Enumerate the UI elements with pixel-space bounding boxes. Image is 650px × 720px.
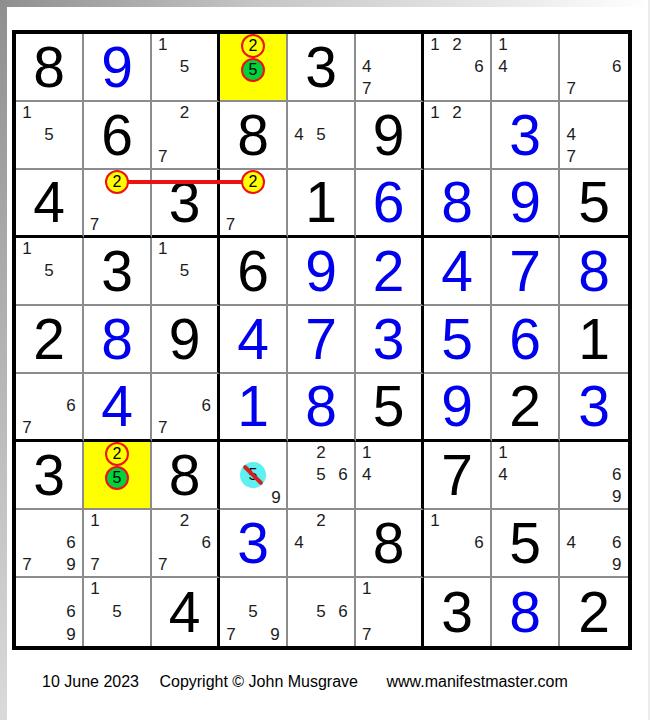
- cell-r6c5[interactable]: 8: [288, 374, 356, 442]
- solved-digit-r3c7: 8: [441, 174, 473, 231]
- candidates-r7c4: 95: [220, 442, 286, 508]
- candidates-r2c9: 47: [560, 102, 628, 168]
- cell-r4c2[interactable]: 3: [84, 238, 152, 306]
- cand-r8c1-d7: 7: [16, 554, 38, 576]
- cell-r4c5[interactable]: 9: [288, 238, 356, 306]
- cell-r5c7[interactable]: 5: [424, 306, 492, 374]
- candidates-r6c3: 67: [152, 374, 217, 439]
- cell-r2c8[interactable]: 3: [492, 102, 560, 170]
- solved-digit-r4c5: 9: [305, 243, 337, 300]
- footer-copyright: Copyright © John Musgrave: [159, 673, 358, 690]
- cell-r5c9[interactable]: 1: [560, 306, 628, 374]
- cand-r9c1-d9: 9: [60, 623, 82, 646]
- given-digit-r7c7: 7: [441, 447, 473, 504]
- candidates-r6c1: 67: [16, 374, 82, 439]
- cand-r1c6-d7: 7: [356, 78, 378, 100]
- cand-r9c4-d7: 7: [220, 623, 242, 646]
- given-digit-r8c8: 5: [509, 515, 541, 572]
- cand-r9c5-d5: 5: [310, 601, 332, 624]
- cand-r9c6-d7: 7: [356, 623, 378, 646]
- cell-r4c8[interactable]: 7: [492, 238, 560, 306]
- cell-r5c1[interactable]: 2: [16, 306, 84, 374]
- cell-r8c5[interactable]: 24: [288, 510, 356, 578]
- cell-r8c3[interactable]: 267: [152, 510, 220, 578]
- solved-digit-r5c5: 7: [305, 311, 337, 368]
- page-left-edge: [0, 0, 7, 720]
- solved-digit-r4c9: 8: [578, 243, 610, 300]
- cand-r4c1-d1: 1: [16, 238, 38, 260]
- cand-r4c3-d1: 1: [152, 238, 174, 260]
- cell-r9c5[interactable]: 56: [288, 578, 356, 646]
- candidates-r2c7: 12: [424, 102, 490, 168]
- given-digit-r4c4: 6: [237, 243, 269, 300]
- page-top-edge: [0, 0, 650, 7]
- cell-r9c2[interactable]: 15: [84, 578, 152, 646]
- solved-digit-r4c8: 7: [509, 243, 541, 300]
- cell-r1c6[interactable]: 47: [356, 34, 424, 102]
- cand-r2c3-d2: 2: [174, 102, 196, 124]
- eliminated-cand-r7c4-d5: 5: [240, 462, 266, 488]
- cell-r2c2[interactable]: 6: [84, 102, 152, 170]
- cell-r8c1[interactable]: 679: [16, 510, 84, 578]
- cand-r9c4-d9: 9: [264, 623, 286, 646]
- cand-r1c8-d1: 1: [492, 34, 514, 56]
- cand-r6c1-d6: 6: [60, 396, 82, 418]
- cell-r1c3[interactable]: 15: [152, 34, 220, 102]
- cell-r7c7[interactable]: 7: [424, 442, 492, 510]
- candidates-r2c1: 15: [16, 102, 82, 168]
- given-digit-r5c3: 9: [169, 311, 201, 368]
- cell-r6c7[interactable]: 9: [424, 374, 492, 442]
- cell-r8c7[interactable]: 16: [424, 510, 492, 578]
- cand-r7c9-d9: 9: [605, 486, 628, 508]
- cand-r9c1-d6: 6: [60, 601, 82, 624]
- circle-r7c2-d2: 2: [105, 442, 129, 466]
- circle-r3c4-d2: 2: [241, 170, 265, 194]
- cand-r8c9-d4: 4: [560, 532, 583, 554]
- candidates-r9c5: 56: [288, 578, 354, 646]
- cand-r8c2-d1: 1: [84, 510, 106, 532]
- cell-r3c8[interactable]: 9: [492, 170, 560, 238]
- circle-r1c4-d2: 2: [241, 34, 265, 58]
- candidates-r7c9: 69: [560, 442, 628, 508]
- footer-website: www.manifestmaster.com: [386, 673, 567, 690]
- candidates-r7c6: 14: [356, 442, 421, 508]
- solved-digit-r6c2: 4: [101, 378, 133, 435]
- cell-r5c4[interactable]: 4: [220, 306, 288, 374]
- cand-r9c2-d5: 5: [106, 601, 128, 624]
- cell-r1c1[interactable]: 8: [16, 34, 84, 102]
- cand-r2c5-d5: 5: [310, 124, 332, 146]
- strike-wrap-r7c4: 5: [240, 462, 266, 488]
- cell-r9c1[interactable]: 69: [16, 578, 84, 646]
- solved-digit-r5c6: 3: [373, 311, 405, 368]
- candidates-r4c3: 15: [152, 238, 217, 304]
- cell-r9c4[interactable]: 579: [220, 578, 288, 646]
- cell-r7c2[interactable]: 25: [84, 442, 152, 510]
- cell-r8c4[interactable]: 3: [220, 510, 288, 578]
- circle-wrap-r7c2-d5: 5: [105, 466, 129, 490]
- cell-r2c1[interactable]: 15: [16, 102, 84, 170]
- cell-r7c4[interactable]: 95: [220, 442, 288, 510]
- cell-r5c2[interactable]: 8: [84, 306, 152, 374]
- cand-r7c8-d1: 1: [492, 442, 514, 464]
- given-digit-r9c3: 4: [169, 584, 201, 641]
- given-digit-r7c3: 8: [169, 447, 201, 504]
- cell-r2c4[interactable]: 8: [220, 102, 288, 170]
- cell-r4c9[interactable]: 8: [560, 238, 628, 306]
- circle-r7c2-d5: 5: [105, 466, 129, 490]
- circle-wrap-r3c4-d2: 2: [241, 170, 265, 194]
- cell-r4c3[interactable]: 15: [152, 238, 220, 306]
- cand-r1c3-d1: 1: [152, 34, 174, 56]
- cand-r2c5-d4: 4: [288, 124, 310, 146]
- cand-r1c7-d6: 6: [468, 56, 490, 78]
- cand-r1c3-d5: 5: [174, 56, 196, 78]
- solved-digit-r1c2: 9: [101, 39, 133, 96]
- solved-digit-r5c4: 4: [237, 311, 269, 368]
- cell-r5c5[interactable]: 7: [288, 306, 356, 374]
- cand-r1c7-d2: 2: [446, 34, 468, 56]
- cell-r3c7[interactable]: 8: [424, 170, 492, 238]
- cand-r4c3-d5: 5: [174, 260, 196, 282]
- given-digit-r6c6: 5: [373, 378, 405, 435]
- given-digit-r3c5: 1: [305, 174, 337, 231]
- cand-r7c5-d2: 2: [310, 442, 332, 464]
- cand-r3c2-d7: 7: [84, 215, 105, 236]
- given-digit-r3c1: 4: [33, 174, 65, 231]
- candidates-r4c1: 15: [16, 238, 82, 304]
- cand-r6c3-d7: 7: [152, 417, 174, 439]
- cand-r8c1-d9: 9: [60, 554, 82, 576]
- cand-r8c7-d6: 6: [468, 532, 490, 554]
- solved-digit-r8c4: 3: [237, 515, 269, 572]
- cand-r1c8-d4: 4: [492, 56, 514, 78]
- cand-r6c1-d7: 7: [16, 417, 38, 439]
- cell-r7c8[interactable]: 14: [492, 442, 560, 510]
- circle-wrap-r3c2-d2: 2: [105, 170, 129, 194]
- cand-r8c7-d1: 1: [424, 510, 446, 532]
- cell-r1c7[interactable]: 126: [424, 34, 492, 102]
- cell-r8c2[interactable]: 17: [84, 510, 152, 578]
- candidates-r9c2: 15: [84, 578, 150, 646]
- cand-r8c5-d2: 2: [310, 510, 332, 532]
- circle-r3c2-d2: 2: [105, 170, 129, 194]
- cell-r3c1[interactable]: 4: [16, 170, 84, 238]
- cand-r7c8-d4: 4: [492, 464, 514, 486]
- circle-wrap-r1c4-d2: 2: [241, 34, 265, 58]
- solved-digit-r6c9: 3: [578, 378, 610, 435]
- cand-r2c9-d7: 7: [560, 146, 583, 168]
- cand-r7c6-d1: 1: [356, 442, 378, 464]
- cand-r8c3-d7: 7: [152, 554, 174, 576]
- candidates-r7c5: 256: [288, 442, 354, 508]
- cell-r2c7[interactable]: 12: [424, 102, 492, 170]
- strike-line-r7c4: [242, 464, 263, 485]
- cell-r4c4[interactable]: 6: [220, 238, 288, 306]
- candidates-r8c9: 469: [560, 510, 628, 576]
- footer-date: 10 June 2023: [42, 673, 139, 690]
- sudoku-board: 8915253471261467156278459123474723721689…: [12, 30, 632, 650]
- cell-r6c6[interactable]: 5: [356, 374, 424, 442]
- given-digit-r9c7: 3: [441, 584, 473, 641]
- cell-r1c4[interactable]: 25: [220, 34, 288, 102]
- solved-digit-r4c6: 2: [373, 243, 405, 300]
- given-digit-r1c5: 3: [305, 39, 337, 96]
- cell-r7c6[interactable]: 14: [356, 442, 424, 510]
- cell-r2c9[interactable]: 47: [560, 102, 628, 170]
- cand-r9c5-d6: 6: [332, 601, 354, 624]
- solved-digit-r3c6: 6: [373, 174, 405, 231]
- candidates-r1c6: 47: [356, 34, 421, 100]
- cand-r1c9-d7: 7: [560, 78, 583, 100]
- cand-r7c4-d9: 9: [266, 488, 286, 508]
- cell-r6c2[interactable]: 4: [84, 374, 152, 442]
- cand-r9c4-d5: 5: [242, 601, 264, 624]
- cand-r3c4-d7: 7: [220, 215, 241, 236]
- cand-r2c9-d4: 4: [560, 124, 583, 146]
- cand-r2c7-d1: 1: [424, 102, 446, 124]
- cell-r6c1[interactable]: 67: [16, 374, 84, 442]
- cell-r7c1[interactable]: 3: [16, 442, 84, 510]
- cand-r7c6-d4: 4: [356, 464, 378, 486]
- candidates-r1c9: 67: [560, 34, 628, 100]
- cell-r2c3[interactable]: 27: [152, 102, 220, 170]
- given-digit-r4c2: 3: [101, 243, 133, 300]
- cand-r2c1-d5: 5: [38, 124, 60, 146]
- solved-digit-r6c7: 9: [441, 378, 473, 435]
- solved-digit-r3c8: 9: [509, 174, 541, 231]
- given-digit-r2c6: 9: [373, 107, 405, 164]
- cand-r8c9-d6: 6: [605, 532, 628, 554]
- cand-r7c9-d6: 6: [605, 464, 628, 486]
- cand-r6c3-d6: 6: [195, 396, 217, 418]
- candidates-r1c4: 25: [220, 34, 286, 100]
- cell-r8c8[interactable]: 5: [492, 510, 560, 578]
- circle-wrap-r1c4-d5: 5: [241, 58, 265, 82]
- cell-r3c6[interactable]: 6: [356, 170, 424, 238]
- cand-r4c1-d5: 5: [38, 260, 60, 282]
- cell-r5c6[interactable]: 3: [356, 306, 424, 374]
- given-digit-r3c9: 5: [578, 174, 610, 231]
- cell-r1c5[interactable]: 3: [288, 34, 356, 102]
- solved-digit-r6c4: 1: [237, 378, 269, 435]
- candidates-r1c8: 14: [492, 34, 558, 100]
- solved-digit-r9c8: 8: [509, 584, 541, 641]
- solved-digit-r2c8: 3: [509, 107, 541, 164]
- given-digit-r5c1: 2: [33, 311, 65, 368]
- cell-r7c9[interactable]: 69: [560, 442, 628, 510]
- cell-r6c3[interactable]: 67: [152, 374, 220, 442]
- cell-r1c8[interactable]: 14: [492, 34, 560, 102]
- cell-r4c7[interactable]: 4: [424, 238, 492, 306]
- cand-r8c1-d6: 6: [60, 532, 82, 554]
- candidates-r9c1: 69: [16, 578, 82, 646]
- solved-digit-r6c5: 8: [305, 378, 337, 435]
- cand-r8c3-d2: 2: [174, 510, 196, 532]
- cell-r6c4[interactable]: 1: [220, 374, 288, 442]
- cell-r1c9[interactable]: 67: [560, 34, 628, 102]
- cell-r8c9[interactable]: 469: [560, 510, 628, 578]
- cand-r1c7-d1: 1: [424, 34, 446, 56]
- candidates-r2c5: 45: [288, 102, 354, 168]
- cell-r4c6[interactable]: 2: [356, 238, 424, 306]
- cand-r2c7-d2: 2: [446, 102, 468, 124]
- cell-r3c5[interactable]: 1: [288, 170, 356, 238]
- candidates-r7c8: 14: [492, 442, 558, 508]
- candidates-r8c5: 24: [288, 510, 354, 576]
- cand-r8c5-d4: 4: [288, 532, 310, 554]
- given-digit-r9c9: 2: [578, 584, 610, 641]
- solved-digit-r4c7: 4: [441, 243, 473, 300]
- cand-r1c6-d4: 4: [356, 56, 378, 78]
- candidates-r9c6: 17: [356, 578, 421, 646]
- cell-r6c8[interactable]: 2: [492, 374, 560, 442]
- given-digit-r2c4: 8: [237, 107, 269, 164]
- circle-r1c4-d5: 5: [241, 58, 265, 82]
- candidates-r9c4: 579: [220, 578, 286, 646]
- given-digit-r8c6: 8: [373, 515, 405, 572]
- candidates-r8c7: 16: [424, 510, 490, 576]
- cell-r9c3[interactable]: 4: [152, 578, 220, 646]
- circle-wrap-r7c2-d2: 2: [105, 442, 129, 466]
- chain-link-line: [117, 180, 253, 184]
- cell-r9c6[interactable]: 17: [356, 578, 424, 646]
- cell-r5c8[interactable]: 6: [492, 306, 560, 374]
- solved-digit-r5c7: 5: [441, 311, 473, 368]
- cell-r9c7[interactable]: 3: [424, 578, 492, 646]
- cell-r5c3[interactable]: 9: [152, 306, 220, 374]
- solved-digit-r5c8: 6: [509, 311, 541, 368]
- cell-r2c6[interactable]: 9: [356, 102, 424, 170]
- candidates-r1c3: 15: [152, 34, 217, 100]
- cell-r2c5[interactable]: 45: [288, 102, 356, 170]
- candidates-r8c2: 17: [84, 510, 150, 576]
- cell-r7c3[interactable]: 8: [152, 442, 220, 510]
- given-digit-r6c8: 2: [509, 378, 541, 435]
- given-digit-r2c2: 6: [101, 107, 133, 164]
- cell-r4c1[interactable]: 15: [16, 238, 84, 306]
- footer: 10 June 2023 Copyright © John Musgrave w…: [42, 673, 568, 691]
- cand-r7c5-d6: 6: [332, 464, 354, 486]
- cand-r2c3-d7: 7: [152, 146, 174, 168]
- cand-r7c5-d5: 5: [310, 464, 332, 486]
- cand-r8c3-d6: 6: [195, 532, 217, 554]
- cell-r8c6[interactable]: 8: [356, 510, 424, 578]
- candidates-r7c2: 25: [84, 442, 150, 508]
- candidates-r8c3: 267: [152, 510, 217, 576]
- given-digit-r1c1: 8: [33, 39, 65, 96]
- cell-r9c9[interactable]: 2: [560, 578, 628, 646]
- cand-r8c2-d7: 7: [84, 554, 106, 576]
- cand-r9c6-d1: 1: [356, 578, 378, 601]
- cand-r8c9-d9: 9: [605, 554, 628, 576]
- cand-r1c9-d6: 6: [605, 56, 628, 78]
- cell-r6c9[interactable]: 3: [560, 374, 628, 442]
- solved-digit-r5c2: 8: [101, 311, 133, 368]
- candidates-r2c3: 27: [152, 102, 217, 168]
- candidates-r8c1: 679: [16, 510, 82, 576]
- cell-r3c9[interactable]: 5: [560, 170, 628, 238]
- candidates-r1c7: 126: [424, 34, 490, 100]
- cell-r1c2[interactable]: 9: [84, 34, 152, 102]
- cell-r9c8[interactable]: 8: [492, 578, 560, 646]
- cell-r7c5[interactable]: 256: [288, 442, 356, 510]
- given-digit-r7c1: 3: [33, 447, 65, 504]
- cand-r9c2-d1: 1: [84, 578, 106, 601]
- given-digit-r5c9: 1: [578, 311, 610, 368]
- cand-r2c1-d1: 1: [16, 102, 38, 124]
